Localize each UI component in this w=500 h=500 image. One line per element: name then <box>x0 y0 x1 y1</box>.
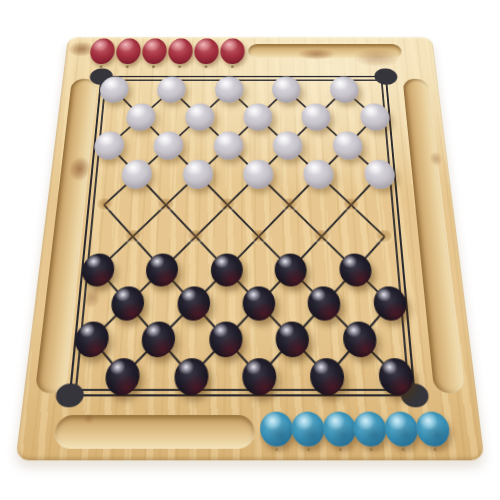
pilot-dot <box>274 448 277 451</box>
light-square <box>337 221 370 253</box>
lattice-point-r4c2[interactable] <box>121 160 153 190</box>
black-marble[interactable] <box>74 322 110 358</box>
black-marble[interactable] <box>177 287 211 321</box>
marble-dimple <box>250 230 268 244</box>
lattice-point-r8c8[interactable] <box>308 286 342 321</box>
lattice-point-r6c10[interactable] <box>368 221 402 253</box>
lattice-point-r2c8[interactable] <box>301 103 331 131</box>
black-marble[interactable] <box>209 322 243 358</box>
white-marble[interactable] <box>303 160 334 189</box>
black-marble[interactable] <box>275 253 308 286</box>
marble-dimple <box>219 199 237 212</box>
lattice-point-r1c7[interactable] <box>272 77 301 104</box>
white-marble[interactable] <box>272 77 301 103</box>
light-square <box>370 253 405 286</box>
light-square <box>175 321 210 357</box>
light-square <box>139 357 175 395</box>
pilot-dot <box>99 66 102 68</box>
light-square <box>118 190 151 221</box>
white-marble[interactable] <box>329 77 359 103</box>
white-marble[interactable] <box>363 160 395 189</box>
light-square <box>178 253 211 286</box>
marble-dimple <box>123 230 142 244</box>
lattice-point-r4c8[interactable] <box>303 160 335 190</box>
pilot-dot <box>178 66 181 68</box>
black-marble[interactable] <box>146 253 180 286</box>
lattice-point-r3c9[interactable] <box>332 131 364 160</box>
lattice-point-r5c7[interactable] <box>274 190 306 221</box>
black-marble[interactable] <box>378 358 415 395</box>
light-square <box>244 77 273 104</box>
black-marble[interactable] <box>243 287 276 321</box>
light-square <box>344 357 380 395</box>
pilot-dot <box>401 448 405 451</box>
light-square <box>90 160 123 190</box>
lattice-point-r3c7[interactable] <box>273 131 303 160</box>
light-square <box>361 131 393 160</box>
light-square <box>143 286 178 321</box>
lattice-point-r7c3[interactable] <box>145 253 179 286</box>
light-square <box>210 286 243 321</box>
lattice-point-r4c6[interactable] <box>243 160 274 190</box>
lattice-point-r10c4[interactable] <box>173 357 208 395</box>
black-marble[interactable] <box>81 253 116 286</box>
pilot-dot <box>152 66 155 68</box>
light-square <box>107 321 143 357</box>
blue-marble[interactable] <box>291 411 325 446</box>
lattice-point-r10c2[interactable] <box>104 357 141 395</box>
white-marble[interactable] <box>332 131 363 159</box>
pilot-dot <box>204 66 207 68</box>
light-square <box>211 221 243 253</box>
lattice-point-r10c8[interactable] <box>310 357 346 395</box>
white-marble[interactable] <box>185 104 215 131</box>
light-square <box>306 253 340 286</box>
black-marble[interactable] <box>373 287 408 321</box>
white-marble[interactable] <box>153 131 184 159</box>
white-marble[interactable] <box>93 131 125 159</box>
pilot-dot <box>306 448 310 451</box>
light-square <box>183 131 214 160</box>
lattice-point-r4c10[interactable] <box>363 160 396 190</box>
blue-marble[interactable] <box>259 411 292 446</box>
light-square <box>77 286 113 321</box>
lattice-point-r6c2[interactable] <box>116 221 150 253</box>
black-marble[interactable] <box>110 287 145 321</box>
light-square <box>70 357 107 395</box>
light-square <box>365 190 398 221</box>
light-square <box>155 103 186 131</box>
lattice-point-r1c9[interactable] <box>329 77 359 104</box>
draughts-lattice-grid <box>70 77 415 396</box>
white-marble[interactable] <box>302 104 332 131</box>
lattice-point-r9c5[interactable] <box>209 321 243 357</box>
black-marble[interactable] <box>276 322 310 358</box>
lattice-point-r9c9[interactable] <box>342 321 378 357</box>
pilot-dot <box>432 448 436 451</box>
lattice-point-r3c3[interactable] <box>153 131 184 160</box>
lattice-point-r7c1[interactable] <box>81 253 116 286</box>
light-square <box>208 357 243 395</box>
lattice-point-r8c4[interactable] <box>176 286 210 321</box>
black-marble[interactable] <box>242 358 276 395</box>
light-square <box>243 131 273 160</box>
pilot-dot <box>231 66 234 68</box>
marble-dimple <box>186 230 205 244</box>
lattice-point-r6c4[interactable] <box>179 221 212 253</box>
pilot-dot <box>369 448 373 451</box>
lattice-point-r7c5[interactable] <box>210 253 243 286</box>
black-marble[interactable] <box>141 322 176 358</box>
white-marble[interactable] <box>213 131 243 159</box>
light-square <box>213 160 244 190</box>
lattice-point-r9c3[interactable] <box>141 321 176 357</box>
white-marble[interactable] <box>243 104 272 131</box>
lattice-point-r2c4[interactable] <box>184 103 214 131</box>
marble-dimple <box>95 199 114 212</box>
light-square <box>181 190 213 221</box>
light-square <box>84 221 118 253</box>
lattice-point-r6c6[interactable] <box>243 221 275 253</box>
white-marble[interactable] <box>126 104 157 131</box>
marble-dimple <box>375 230 394 244</box>
lattice-point-r2c2[interactable] <box>125 103 156 131</box>
light-square <box>272 103 302 131</box>
marble-dimple <box>157 199 175 212</box>
red-marble[interactable] <box>220 38 245 64</box>
white-marble[interactable] <box>182 160 213 189</box>
light-square <box>302 131 333 160</box>
pilot-dot <box>125 66 128 68</box>
light-square <box>96 103 128 131</box>
light-square <box>375 321 411 357</box>
lattice-point-r1c3[interactable] <box>157 77 187 104</box>
light-square <box>304 190 336 221</box>
light-square <box>186 77 216 104</box>
light-square <box>243 190 274 221</box>
black-marble[interactable] <box>338 253 372 286</box>
lattice-point-r9c1[interactable] <box>74 321 111 357</box>
black-marble[interactable] <box>310 358 345 395</box>
lattice-point-r8c2[interactable] <box>110 286 145 321</box>
wooden-draughts-board <box>15 37 484 460</box>
lattice-point-r7c9[interactable] <box>338 253 372 286</box>
white-marble[interactable] <box>359 104 390 131</box>
lattice-point-r3c1[interactable] <box>93 131 125 160</box>
lattice-point-r4c4[interactable] <box>182 160 213 190</box>
lattice-point-r5c9[interactable] <box>335 190 368 221</box>
lattice-point-r6c8[interactable] <box>305 221 338 253</box>
lattice-point-r3c5[interactable] <box>213 131 243 160</box>
lattice-point-r5c3[interactable] <box>149 190 181 221</box>
black-marble[interactable] <box>342 322 377 358</box>
white-marble[interactable] <box>273 131 303 159</box>
light-square <box>151 160 183 190</box>
light-square <box>333 160 365 190</box>
lattice-point-r8c10[interactable] <box>372 286 408 321</box>
white-marble[interactable] <box>215 77 244 103</box>
lattice-point-r2c6[interactable] <box>243 103 272 131</box>
lattice-point-r9c7[interactable] <box>276 321 310 357</box>
white-marble[interactable] <box>243 160 273 189</box>
lattice-point-r5c5[interactable] <box>212 190 243 221</box>
black-marble[interactable] <box>173 358 208 395</box>
lattice-point-r2c10[interactable] <box>359 103 390 131</box>
light-square <box>242 321 276 357</box>
white-marble[interactable] <box>121 160 153 189</box>
lattice-point-r8c6[interactable] <box>243 286 276 321</box>
marble-dimple <box>342 199 361 212</box>
marble-dimple <box>280 199 298 212</box>
pilot-dot <box>338 448 342 451</box>
lattice-point-r1c5[interactable] <box>215 77 244 104</box>
light-square <box>273 160 304 190</box>
marble-dimple <box>312 230 331 244</box>
light-square <box>275 286 309 321</box>
light-square <box>301 77 331 104</box>
light-square <box>340 286 375 321</box>
light-square <box>113 253 147 286</box>
lattice-point-r10c10[interactable] <box>377 357 414 395</box>
light-square <box>276 357 311 395</box>
black-marble[interactable] <box>210 253 242 286</box>
black-marble[interactable] <box>104 358 141 395</box>
lattice-point-r5c1[interactable] <box>87 190 121 221</box>
red-marble[interactable] <box>193 38 218 64</box>
light-square <box>214 103 244 131</box>
lattice-point-r1c1[interactable] <box>99 77 130 104</box>
light-square <box>243 253 275 286</box>
light-square <box>274 221 306 253</box>
light-square <box>330 103 361 131</box>
board-scene <box>0 0 500 500</box>
lattice-point-r7c7[interactable] <box>275 253 308 286</box>
black-marble[interactable] <box>308 287 342 321</box>
white-marble[interactable] <box>99 77 130 103</box>
white-marble[interactable] <box>157 77 187 103</box>
lattice-point-r10c6[interactable] <box>242 357 276 395</box>
light-square <box>309 321 344 357</box>
light-square <box>357 77 388 104</box>
light-square <box>148 221 181 253</box>
light-square <box>128 77 159 104</box>
light-square <box>123 131 155 160</box>
photo-background <box>0 0 500 500</box>
